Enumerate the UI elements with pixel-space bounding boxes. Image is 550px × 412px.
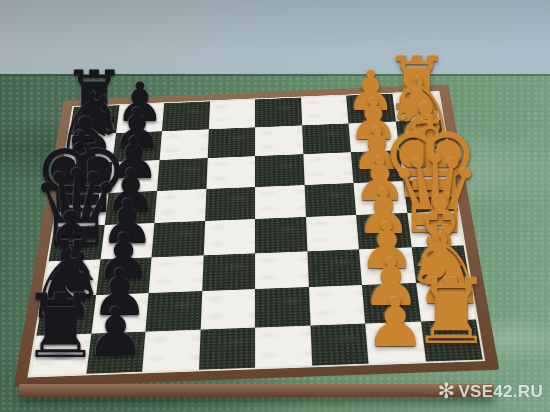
square-g4: [255, 125, 303, 156]
square-d1: [407, 211, 464, 247]
square-b8: [37, 295, 96, 335]
snowflake-logo-icon: ✻: [437, 381, 455, 402]
square-e7: [104, 191, 157, 225]
square-c3: [307, 249, 362, 287]
square-c7: [96, 257, 152, 295]
square-e4: [255, 185, 305, 219]
square-e2: [353, 181, 406, 215]
watermark: ✻ VSE42.RU: [437, 381, 543, 402]
square-a4: [255, 325, 312, 368]
square-c8: [43, 259, 100, 297]
square-f8: [60, 162, 112, 195]
square-c6: [149, 255, 204, 293]
square-a7: [86, 331, 146, 374]
square-a3: [310, 323, 369, 366]
square-d3: [305, 215, 358, 251]
square-b7: [91, 293, 149, 333]
board-grid: [27, 91, 485, 378]
square-a5: [198, 327, 255, 370]
wall-background: [0, 0, 550, 76]
square-a8: [30, 333, 91, 376]
square-e5: [205, 187, 255, 221]
square-b1: [416, 281, 476, 321]
square-d5: [203, 219, 255, 255]
square-f6: [157, 158, 207, 191]
square-d2: [356, 213, 411, 249]
square-g2: [348, 121, 399, 152]
square-h2: [346, 94, 395, 124]
square-g7: [112, 131, 162, 162]
square-c4: [255, 251, 308, 289]
square-f5: [206, 156, 255, 189]
square-f3: [303, 152, 354, 185]
square-d7: [100, 223, 154, 259]
square-h6: [162, 101, 210, 131]
square-b3: [308, 285, 365, 325]
square-e6: [154, 189, 206, 223]
scene: ♜♞♝♚♛♝♞♜♟♟♟♟♟♟♟♟♟♟♟♟♟♟♟♟♜♞♝♚♛♝♞♜ ✻ VSE42…: [0, 0, 550, 412]
square-g3: [302, 123, 351, 154]
chess-board: [14, 84, 500, 387]
square-g1: [395, 119, 447, 150]
square-f4: [255, 154, 304, 187]
square-e1: [403, 179, 458, 213]
square-c5: [202, 253, 255, 291]
square-g5: [207, 127, 255, 158]
square-h8: [69, 105, 119, 135]
square-h7: [116, 103, 165, 133]
square-b6: [145, 291, 201, 331]
square-a2: [365, 321, 425, 364]
square-b4: [255, 287, 310, 327]
square-g6: [160, 129, 209, 160]
watermark-text: VSE42.RU: [458, 382, 543, 402]
square-c2: [359, 247, 416, 285]
square-a1: [420, 319, 482, 362]
square-h3: [301, 96, 349, 126]
square-h1: [392, 92, 442, 122]
square-c1: [411, 245, 469, 283]
square-g8: [65, 133, 116, 164]
square-f2: [351, 150, 403, 183]
square-h4: [255, 98, 302, 128]
square-f7: [108, 160, 159, 193]
square-e8: [54, 193, 108, 227]
square-a6: [142, 329, 200, 372]
square-e3: [304, 183, 356, 217]
square-d6: [152, 221, 205, 257]
square-b5: [200, 289, 255, 329]
square-d8: [49, 225, 105, 261]
board-front-edge: [19, 384, 495, 397]
square-b2: [362, 283, 420, 323]
square-d4: [255, 217, 307, 253]
square-f1: [399, 148, 452, 181]
square-h5: [208, 99, 255, 129]
